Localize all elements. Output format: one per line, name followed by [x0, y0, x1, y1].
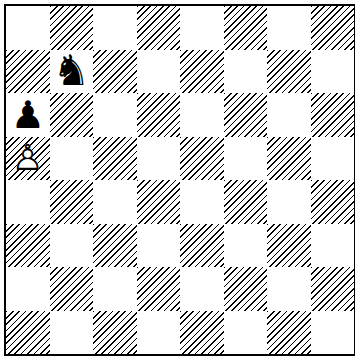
square-b6[interactable]: [50, 93, 94, 137]
square-a4[interactable]: [6, 180, 50, 224]
square-h6[interactable]: [311, 93, 355, 137]
square-e1[interactable]: [180, 311, 224, 355]
square-a2[interactable]: [6, 267, 50, 311]
square-g3[interactable]: [267, 224, 311, 268]
square-a6[interactable]: ♟: [6, 93, 50, 137]
square-e7[interactable]: [180, 50, 224, 94]
page: { "game": "chess", "position": { "fen": …: [0, 0, 355, 359]
square-h1[interactable]: [311, 311, 355, 355]
square-b3[interactable]: [50, 224, 94, 268]
square-b4[interactable]: [50, 180, 94, 224]
square-c1[interactable]: [93, 311, 137, 355]
square-a1[interactable]: [6, 311, 50, 355]
square-e2[interactable]: [180, 267, 224, 311]
square-b8[interactable]: [50, 6, 94, 50]
square-c6[interactable]: [93, 93, 137, 137]
square-b5[interactable]: [50, 137, 94, 181]
square-d1[interactable]: [137, 311, 181, 355]
square-c7[interactable]: [93, 50, 137, 94]
square-h8[interactable]: [311, 6, 355, 50]
square-h5[interactable]: [311, 137, 355, 181]
square-a5[interactable]: ♟♙: [6, 137, 50, 181]
square-f6[interactable]: [224, 93, 268, 137]
chess-board: ♞♟♟♙: [4, 4, 355, 356]
square-b7[interactable]: ♞: [50, 50, 94, 94]
square-f5[interactable]: [224, 137, 268, 181]
square-f7[interactable]: [224, 50, 268, 94]
square-d3[interactable]: [137, 224, 181, 268]
square-g2[interactable]: [267, 267, 311, 311]
piece-black-pawn[interactable]: ♟: [11, 96, 45, 134]
chess-diagram: ♞♟♟♙: [4, 4, 355, 356]
square-e3[interactable]: [180, 224, 224, 268]
square-g7[interactable]: [267, 50, 311, 94]
square-b1[interactable]: [50, 311, 94, 355]
square-f2[interactable]: [224, 267, 268, 311]
square-d7[interactable]: [137, 50, 181, 94]
piece-white-pawn[interactable]: ♟♙: [12, 140, 44, 176]
square-c4[interactable]: [93, 180, 137, 224]
square-e6[interactable]: [180, 93, 224, 137]
square-g4[interactable]: [267, 180, 311, 224]
square-a8[interactable]: [6, 6, 50, 50]
square-c2[interactable]: [93, 267, 137, 311]
square-c8[interactable]: [93, 6, 137, 50]
square-d6[interactable]: [137, 93, 181, 137]
white-pawn-outline: ♙: [12, 140, 44, 176]
square-g8[interactable]: [267, 6, 311, 50]
square-e5[interactable]: [180, 137, 224, 181]
square-c5[interactable]: [93, 137, 137, 181]
square-g6[interactable]: [267, 93, 311, 137]
square-a7[interactable]: [6, 50, 50, 94]
square-f8[interactable]: [224, 6, 268, 50]
square-f4[interactable]: [224, 180, 268, 224]
square-a3[interactable]: [6, 224, 50, 268]
square-d5[interactable]: [137, 137, 181, 181]
square-h7[interactable]: [311, 50, 355, 94]
square-e4[interactable]: [180, 180, 224, 224]
square-b2[interactable]: [50, 267, 94, 311]
square-g5[interactable]: [267, 137, 311, 181]
square-d8[interactable]: [137, 6, 181, 50]
square-h2[interactable]: [311, 267, 355, 311]
square-f1[interactable]: [224, 311, 268, 355]
square-d2[interactable]: [137, 267, 181, 311]
square-h4[interactable]: [311, 180, 355, 224]
square-g1[interactable]: [267, 311, 311, 355]
square-c3[interactable]: [93, 224, 137, 268]
square-d4[interactable]: [137, 180, 181, 224]
square-h3[interactable]: [311, 224, 355, 268]
square-e8[interactable]: [180, 6, 224, 50]
piece-black-knight[interactable]: ♞: [52, 50, 90, 92]
square-f3[interactable]: [224, 224, 268, 268]
